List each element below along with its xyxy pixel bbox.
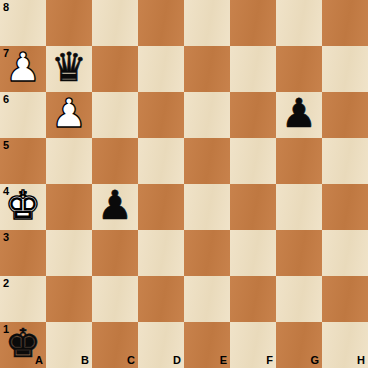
square-e3[interactable] [184,230,230,276]
square-b3[interactable] [46,230,92,276]
black-pawn-g6[interactable]: ♟ [281,92,317,136]
square-e6[interactable] [184,92,230,138]
square-a8[interactable]: 8 [0,0,46,46]
square-e7[interactable] [184,46,230,92]
square-g8[interactable] [276,0,322,46]
square-c6[interactable] [92,92,138,138]
square-g6[interactable]: ♟ [276,92,322,138]
file-label-f: F [266,355,273,366]
square-g4[interactable] [276,184,322,230]
square-e1[interactable]: E [184,322,230,368]
chess-board: 87♟♛6♟♟54♚♟321A♚BCDEFGH [0,0,368,368]
rank-label-8: 8 [3,2,9,13]
square-d5[interactable] [138,138,184,184]
square-e5[interactable] [184,138,230,184]
rank-label-2: 2 [3,278,9,289]
square-f7[interactable] [230,46,276,92]
square-h5[interactable] [322,138,368,184]
square-h4[interactable] [322,184,368,230]
square-a3[interactable]: 3 [0,230,46,276]
square-a6[interactable]: 6 [0,92,46,138]
white-pawn-b6[interactable]: ♟ [51,92,87,136]
square-h3[interactable] [322,230,368,276]
square-c3[interactable] [92,230,138,276]
square-g7[interactable] [276,46,322,92]
file-label-d: D [173,355,181,366]
square-h1[interactable]: H [322,322,368,368]
black-king-a1[interactable]: ♚ [5,322,41,366]
square-b2[interactable] [46,276,92,322]
square-g1[interactable]: G [276,322,322,368]
rank-label-5: 5 [3,140,9,151]
file-label-g: G [310,355,319,366]
square-h2[interactable] [322,276,368,322]
square-d4[interactable] [138,184,184,230]
square-d2[interactable] [138,276,184,322]
square-b4[interactable] [46,184,92,230]
square-d1[interactable]: D [138,322,184,368]
square-b1[interactable]: B [46,322,92,368]
square-c2[interactable] [92,276,138,322]
square-a1[interactable]: 1A♚ [0,322,46,368]
square-a5[interactable]: 5 [0,138,46,184]
file-label-b: B [81,355,89,366]
black-queen-b7[interactable]: ♛ [51,46,87,90]
square-h8[interactable] [322,0,368,46]
square-f5[interactable] [230,138,276,184]
square-e4[interactable] [184,184,230,230]
white-king-a4[interactable]: ♚ [5,184,41,228]
square-a2[interactable]: 2 [0,276,46,322]
square-h7[interactable] [322,46,368,92]
square-f1[interactable]: F [230,322,276,368]
file-label-h: H [357,355,365,366]
file-label-c: C [127,355,135,366]
square-d7[interactable] [138,46,184,92]
square-f8[interactable] [230,0,276,46]
square-h6[interactable] [322,92,368,138]
square-f6[interactable] [230,92,276,138]
square-f4[interactable] [230,184,276,230]
square-f3[interactable] [230,230,276,276]
square-b6[interactable]: ♟ [46,92,92,138]
square-d8[interactable] [138,0,184,46]
rank-label-3: 3 [3,232,9,243]
square-b5[interactable] [46,138,92,184]
square-c1[interactable]: C [92,322,138,368]
square-a7[interactable]: 7♟ [0,46,46,92]
square-g2[interactable] [276,276,322,322]
square-c5[interactable] [92,138,138,184]
square-b8[interactable] [46,0,92,46]
square-a4[interactable]: 4♚ [0,184,46,230]
square-c8[interactable] [92,0,138,46]
square-e8[interactable] [184,0,230,46]
square-d3[interactable] [138,230,184,276]
square-g5[interactable] [276,138,322,184]
black-pawn-c4[interactable]: ♟ [97,184,133,228]
square-c4[interactable]: ♟ [92,184,138,230]
white-pawn-a7[interactable]: ♟ [5,46,41,90]
square-f2[interactable] [230,276,276,322]
square-b7[interactable]: ♛ [46,46,92,92]
square-c7[interactable] [92,46,138,92]
square-e2[interactable] [184,276,230,322]
rank-label-6: 6 [3,94,9,105]
square-d6[interactable] [138,92,184,138]
file-label-e: E [220,355,227,366]
square-g3[interactable] [276,230,322,276]
